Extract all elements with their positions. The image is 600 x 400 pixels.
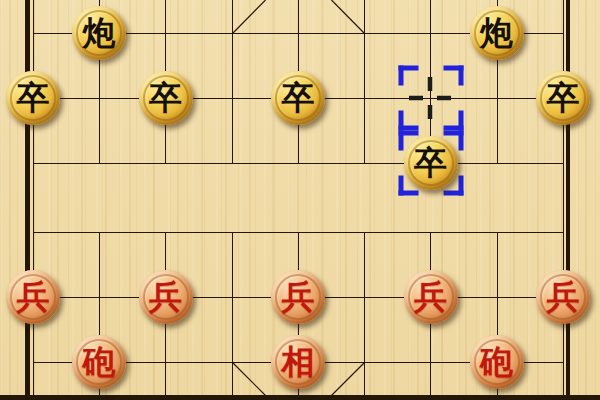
xiangqi-board[interactable]: 炮炮卒卒卒卒卒兵兵兵兵兵砲相砲: [0, 0, 600, 400]
piece-red-elephant[interactable]: 相: [271, 335, 325, 389]
piece-glyph: 卒: [282, 81, 315, 114]
piece-black-soldier[interactable]: 卒: [6, 71, 60, 125]
piece-glyph: 兵: [547, 280, 580, 313]
piece-glyph: 兵: [17, 280, 50, 313]
piece-glyph: 砲: [83, 345, 116, 378]
piece-red-soldier[interactable]: 兵: [404, 270, 458, 324]
piece-glyph: 兵: [282, 280, 315, 313]
piece-glyph: 兵: [149, 280, 182, 313]
bottom-edge-strip: [0, 395, 600, 400]
piece-black-cannon[interactable]: 炮: [470, 6, 524, 60]
piece-glyph: 兵: [414, 280, 447, 313]
piece-black-soldier[interactable]: 卒: [404, 136, 458, 190]
piece-red-soldier[interactable]: 兵: [6, 270, 60, 324]
piece-glyph: 炮: [83, 16, 116, 49]
piece-glyph: 卒: [547, 81, 580, 114]
piece-glyph: 砲: [480, 345, 513, 378]
piece-red-cannon[interactable]: 砲: [470, 335, 524, 389]
piece-glyph: 卒: [17, 81, 50, 114]
piece-red-soldier[interactable]: 兵: [536, 270, 590, 324]
piece-red-soldier[interactable]: 兵: [139, 270, 193, 324]
piece-glyph: 卒: [149, 81, 182, 114]
piece-red-cannon[interactable]: 砲: [72, 335, 126, 389]
piece-black-soldier[interactable]: 卒: [536, 71, 590, 125]
piece-red-soldier[interactable]: 兵: [271, 270, 325, 324]
piece-black-cannon[interactable]: 炮: [72, 6, 126, 60]
piece-glyph: 相: [282, 345, 315, 378]
piece-glyph: 炮: [480, 16, 513, 49]
piece-black-soldier[interactable]: 卒: [139, 71, 193, 125]
piece-glyph: 卒: [414, 146, 447, 179]
piece-black-soldier[interactable]: 卒: [271, 71, 325, 125]
